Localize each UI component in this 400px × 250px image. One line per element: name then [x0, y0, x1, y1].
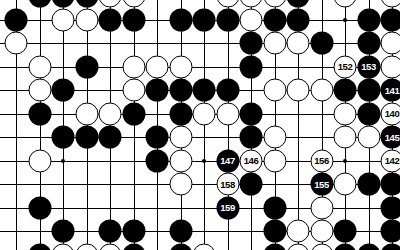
black-stone [146, 149, 169, 172]
black-stone [240, 173, 263, 196]
move-number-label: 159 [220, 203, 234, 213]
black-stone [169, 243, 192, 250]
white-stone [287, 32, 310, 55]
move-number-label: 153 [361, 62, 375, 72]
grid-line-vertical [134, 0, 135, 250]
black-stone [240, 55, 263, 78]
black-stone [357, 173, 380, 196]
black-stone [146, 126, 169, 149]
white-stone [75, 243, 98, 250]
black-stone [122, 8, 145, 31]
black-stone [263, 243, 286, 250]
black-stone [263, 196, 286, 219]
star-point [343, 18, 347, 22]
move-number-label: 141 [385, 85, 399, 95]
black-stone [357, 243, 380, 250]
white-stone [240, 8, 263, 31]
white-stone [28, 79, 51, 102]
black-stone [52, 220, 75, 243]
white-stone: 156 [310, 149, 333, 172]
black-stone [99, 126, 122, 149]
black-stone [263, 8, 286, 31]
white-stone [263, 32, 286, 55]
black-stone [122, 102, 145, 125]
black-stone [240, 126, 263, 149]
move-number-label: 142 [385, 156, 399, 166]
white-stone [193, 243, 216, 250]
white-stone: 152 [334, 55, 357, 78]
black-stone [357, 32, 380, 55]
move-number-label: 152 [338, 62, 352, 72]
white-stone [381, 55, 400, 78]
star-point [202, 159, 206, 163]
white-stone: 142 [381, 149, 400, 172]
white-stone [193, 102, 216, 125]
white-stone [99, 243, 122, 250]
white-stone [357, 126, 380, 149]
grid-line-horizontal [0, 161, 400, 162]
black-stone [28, 243, 51, 250]
white-stone [169, 149, 192, 172]
black-stone [381, 8, 400, 31]
black-stone [75, 0, 98, 8]
move-number-label: 156 [314, 156, 328, 166]
white-stone [5, 32, 28, 55]
white-stone [75, 8, 98, 31]
star-point [61, 159, 65, 163]
black-stone: 153 [357, 55, 380, 78]
black-stone [122, 220, 145, 243]
black-stone [99, 220, 122, 243]
black-stone [381, 196, 400, 219]
white-stone [146, 55, 169, 78]
white-stone [381, 0, 400, 8]
black-stone [75, 126, 98, 149]
white-stone [99, 102, 122, 125]
black-stone [334, 243, 357, 250]
move-number-label: 147 [220, 156, 234, 166]
black-stone [193, 8, 216, 31]
white-stone: 140 [381, 102, 400, 125]
white-stone [240, 0, 263, 8]
white-stone [263, 149, 286, 172]
black-stone [334, 220, 357, 243]
white-stone [28, 55, 51, 78]
black-stone [357, 102, 380, 125]
white-stone [52, 8, 75, 31]
white-stone [169, 126, 192, 149]
black-stone [28, 0, 51, 8]
move-number-label: 155 [314, 179, 328, 189]
white-stone [287, 243, 310, 250]
white-stone [287, 220, 310, 243]
black-stone [334, 79, 357, 102]
black-stone [122, 243, 145, 250]
black-stone [263, 220, 286, 243]
go-board[interactable]: 152153141140145147146156142158155159 [0, 0, 400, 250]
white-stone [122, 55, 145, 78]
white-stone [169, 173, 192, 196]
move-number-label: 140 [385, 109, 399, 119]
black-stone [169, 79, 192, 102]
black-stone [381, 173, 400, 196]
black-stone [169, 8, 192, 31]
black-stone [216, 8, 239, 31]
move-number-label: 158 [220, 179, 234, 189]
black-stone [381, 243, 400, 250]
white-stone [216, 0, 239, 8]
white-stone: 146 [240, 149, 263, 172]
white-stone [334, 102, 357, 125]
black-stone [75, 55, 98, 78]
black-stone [99, 8, 122, 31]
white-stone [52, 243, 75, 250]
white-stone [310, 243, 333, 250]
white-stone [28, 149, 51, 172]
black-stone: 147 [216, 149, 239, 172]
black-stone [357, 8, 380, 31]
black-stone [169, 220, 192, 243]
black-stone [240, 102, 263, 125]
black-stone [52, 0, 75, 8]
black-stone [240, 32, 263, 55]
white-stone [310, 79, 333, 102]
black-stone [169, 102, 192, 125]
white-stone [334, 173, 357, 196]
move-number-label: 145 [385, 132, 399, 142]
white-stone: 158 [216, 173, 239, 196]
black-stone: 141 [381, 79, 400, 102]
white-stone [334, 126, 357, 149]
black-stone [146, 79, 169, 102]
white-stone [122, 0, 145, 8]
black-stone [5, 8, 28, 31]
black-stone: 155 [310, 173, 333, 196]
star-point [343, 159, 347, 163]
white-stone [122, 79, 145, 102]
white-stone [334, 0, 357, 8]
black-stone [287, 8, 310, 31]
white-stone [99, 0, 122, 8]
black-stone [193, 79, 216, 102]
move-number-label: 146 [244, 156, 258, 166]
black-stone [52, 79, 75, 102]
black-stone [28, 102, 51, 125]
black-stone [310, 32, 333, 55]
black-stone [52, 126, 75, 149]
black-stone [216, 79, 239, 102]
white-stone [381, 32, 400, 55]
white-stone [310, 196, 333, 219]
white-stone [263, 79, 286, 102]
black-stone [28, 196, 51, 219]
white-stone [75, 102, 98, 125]
black-stone [357, 79, 380, 102]
grid-line-horizontal [0, 208, 400, 209]
white-stone [287, 79, 310, 102]
white-stone [216, 102, 239, 125]
grid-line-horizontal [0, 43, 400, 44]
white-stone [263, 0, 286, 8]
white-stone [169, 55, 192, 78]
black-stone: 145 [381, 126, 400, 149]
white-stone [263, 126, 286, 149]
white-stone [310, 220, 333, 243]
grid-line-vertical [204, 0, 205, 250]
black-stone [287, 0, 310, 8]
black-stone [381, 220, 400, 243]
black-stone: 159 [216, 196, 239, 219]
